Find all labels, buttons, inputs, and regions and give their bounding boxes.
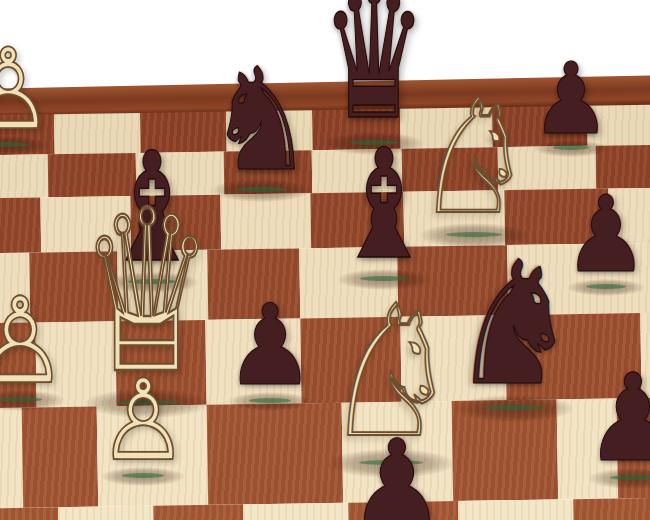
chess-photo-scene: ♙♛♟♞♘♝♝♟♙♕♟♞♙♘♟♟ [0, 0, 650, 520]
black-bishop-glyph: ♝ [334, 129, 434, 280]
pieces-layer: ♙♛♟♞♘♝♝♟♙♕♟♞♙♘♟♟ [0, 0, 650, 520]
black-pawn-glyph: ♟ [585, 358, 650, 479]
white-pawn-glyph: ♙ [98, 365, 188, 477]
white-pawn-glyph: ♙ [0, 34, 53, 146]
black-pawn-glyph: ♟ [532, 50, 611, 149]
black-pawn-glyph: ♟ [349, 424, 446, 520]
white-pawn-glyph: ♙ [0, 282, 68, 401]
black-pawn-glyph: ♟ [225, 290, 315, 402]
black-knight-glyph: ♞ [208, 49, 314, 191]
black-knight-glyph: ♞ [450, 239, 577, 409]
